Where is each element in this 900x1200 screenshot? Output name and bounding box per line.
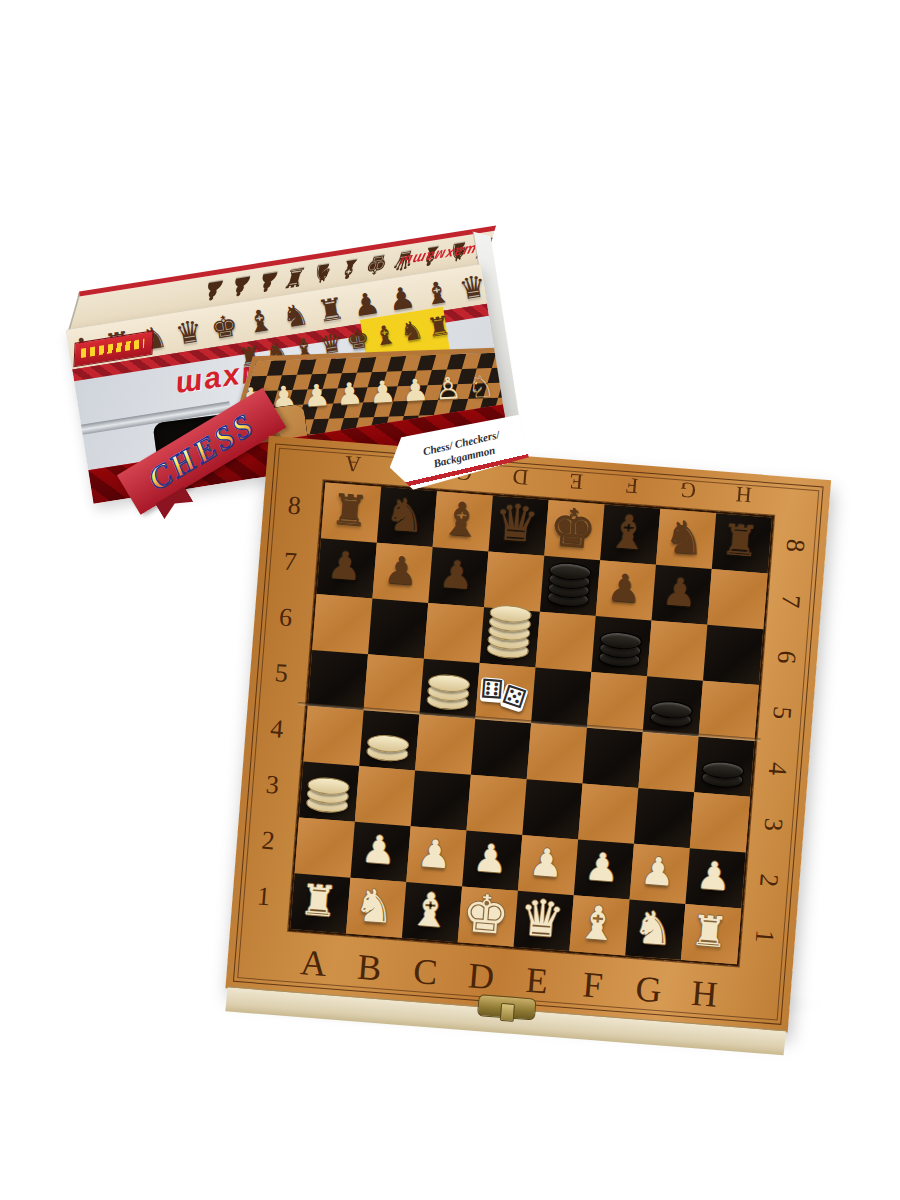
dark-bishop-f8: ♝: [598, 502, 658, 562]
white-knight-b1: ♞: [344, 875, 404, 935]
white-pawn-g2: ♟: [628, 842, 688, 902]
dice-pair: ⚅⚄: [473, 661, 533, 721]
white-queen-e1: ♛: [512, 889, 572, 949]
file-label-top-H: H: [715, 477, 773, 511]
rank-label-left-1: 1: [245, 868, 283, 926]
cream-checker-stack-d6: [478, 605, 538, 665]
cream-checker-stack-b4: [357, 708, 417, 768]
file-label-bottom-B: B: [340, 939, 400, 995]
rank-label-left-2: 2: [249, 812, 287, 870]
dark-king-e8: ♚: [542, 498, 602, 558]
dark-bishop-c8: ♝: [431, 489, 491, 549]
brand-logo-text-marks: [81, 339, 145, 358]
rank-label-right-8: 8: [766, 526, 824, 564]
rank-label-right-2: 2: [739, 861, 797, 899]
black-checker-stack-e7: [538, 554, 598, 614]
dark-knight-g8: ♞: [654, 507, 714, 567]
white-pawn-f2: ♟: [572, 837, 632, 897]
white-bishop-c1: ♝: [400, 880, 460, 940]
file-label-bottom-G: G: [619, 961, 679, 1017]
file-label-top-A: A: [324, 446, 382, 480]
white-bishop-f1: ♝: [568, 893, 628, 953]
cream-checker-stack-a3: [297, 759, 357, 819]
file-label-bottom-A: A: [284, 935, 344, 991]
dark-rook-h8: ♜: [710, 511, 770, 571]
dark-rook-a8: ♜: [319, 480, 379, 540]
dark-pawn-g7: ♟: [650, 562, 710, 622]
rank-label-right-6: 6: [757, 638, 815, 676]
pieces-layer: ♜♞♝♛♚♝♞♜♟♟♟♟♟♜♞♝♚♛♝♞♜♟♟♟♟♟♟♟⚅⚄: [288, 480, 770, 962]
product-photo-scene: ♜♞♝♛♚♝♞♜♟♟♟ шахматы ♟♜♞♛♚♝♞♜♟♟♝♛ шахматы…: [0, 0, 900, 1200]
file-label-top-F: F: [603, 468, 661, 502]
black-checker-stack-g5: [641, 674, 701, 734]
file-label-top-G: G: [659, 473, 717, 507]
dark-pawn-b7: ♟: [371, 541, 431, 601]
black-checker-stack-h4: [692, 734, 752, 794]
rank-label-left-7: 7: [271, 533, 309, 591]
rank-label-right-1: 1: [735, 917, 793, 955]
brass-clasp: [477, 994, 537, 1020]
white-rook-a1: ♜: [288, 871, 348, 931]
rank-label-left-4: 4: [258, 700, 296, 758]
rank-label-left-6: 6: [267, 589, 305, 647]
rank-label-right-5: 5: [752, 694, 810, 732]
white-pawn-c2: ♟: [404, 824, 464, 884]
dark-pawn-a7: ♟: [315, 536, 375, 596]
white-pawn-h2: ♟: [684, 846, 744, 906]
file-label-bottom-F: F: [563, 957, 623, 1013]
file-label-bottom-C: C: [395, 944, 455, 1000]
game-board: 87654321 87654321 ABCDEFGH ABCDEFGH ♜♞♝♛…: [225, 436, 831, 1033]
white-king-d1: ♚: [456, 884, 516, 944]
rank-label-left-3: 3: [253, 756, 291, 814]
cream-checker-stack-c5: [418, 657, 478, 717]
dark-pawn-c7: ♟: [426, 545, 486, 605]
white-knight-g1: ♞: [623, 897, 683, 957]
rank-label-right-4: 4: [748, 750, 806, 788]
rank-label-right-3: 3: [744, 805, 802, 843]
file-label-bottom-H: H: [674, 966, 734, 1022]
rank-label-left-8: 8: [275, 477, 313, 535]
rank-label-right-7: 7: [761, 582, 819, 620]
white-pawn-d2: ♟: [460, 828, 520, 888]
black-checker-stack-f6: [590, 614, 650, 674]
dark-queen-d8: ♛: [487, 493, 547, 553]
white-rook-h1: ♜: [679, 902, 739, 962]
white-pawn-e2: ♟: [516, 833, 576, 893]
dark-pawn-f7: ♟: [594, 558, 654, 618]
board-frame: 87654321 87654321 ABCDEFGH ABCDEFGH ♜♞♝♛…: [225, 436, 831, 1033]
white-pawn-b2: ♟: [349, 820, 409, 880]
file-label-top-E: E: [547, 464, 605, 498]
rank-label-left-5: 5: [262, 644, 300, 702]
dark-knight-b8: ♞: [375, 485, 435, 545]
